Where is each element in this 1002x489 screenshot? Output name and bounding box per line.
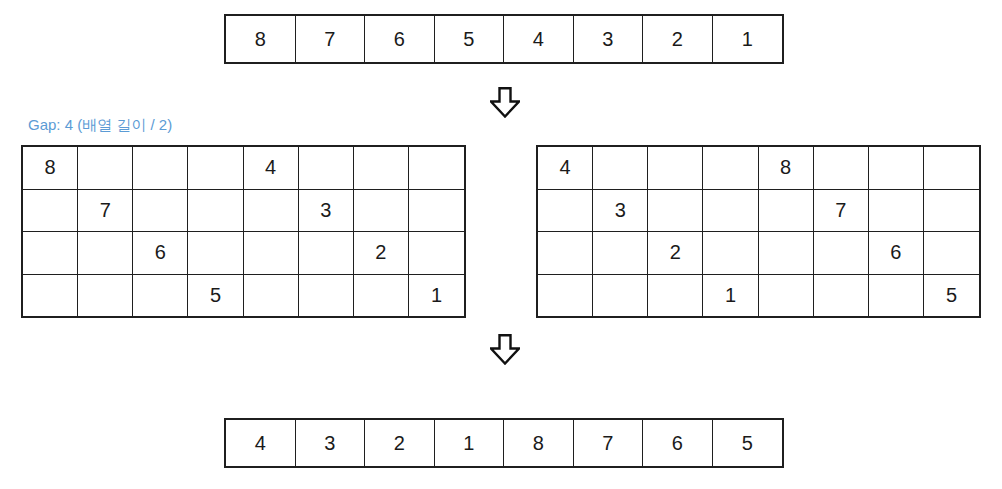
grid-cell	[354, 190, 409, 233]
grid-cell	[648, 190, 703, 233]
grid-cell: 7	[574, 420, 644, 466]
grid-cell	[78, 147, 133, 190]
grid-cell	[814, 147, 869, 190]
grid-cell	[869, 147, 924, 190]
gap-subsequence-grid-after: 48372615	[536, 145, 981, 318]
grid-cell	[23, 232, 78, 275]
gap-label: Gap: 4 (배열 길이 / 2)	[28, 116, 172, 134]
grid-cell	[188, 232, 243, 275]
grid-cell: 3	[296, 420, 366, 466]
grid-cell	[759, 190, 814, 233]
grid-cell: 1	[703, 275, 758, 317]
grid-cell	[23, 190, 78, 233]
grid-cell	[759, 275, 814, 317]
grid-cell: 7	[814, 190, 869, 233]
grid-cell	[648, 275, 703, 317]
grid-cell: 1	[435, 420, 505, 466]
grid-cell: 4	[226, 420, 296, 466]
grid-cell: 5	[435, 16, 505, 62]
grid-cell	[188, 190, 243, 233]
grid-cell	[188, 147, 243, 190]
grid-cell	[244, 275, 299, 317]
grid-cell: 6	[869, 232, 924, 275]
grid-cell	[538, 232, 593, 275]
grid-cell	[133, 275, 188, 317]
grid-cell: 8	[759, 147, 814, 190]
grid-cell: 5	[924, 275, 979, 317]
grid-cell	[538, 275, 593, 317]
grid-cell: 3	[593, 190, 648, 233]
grid-cell	[538, 190, 593, 233]
grid-cell	[354, 275, 409, 317]
grid-cell	[593, 275, 648, 317]
shell-sort-diagram: 87654321 Gap: 4 (배열 길이 / 2) 84736251 483…	[0, 0, 1002, 489]
grid-cell	[78, 275, 133, 317]
gap-subsequence-grid-before: 84736251	[21, 145, 466, 318]
initial-array-grid: 87654321	[224, 14, 784, 64]
grid-cell: 1	[409, 275, 464, 317]
grid-cell	[924, 190, 979, 233]
grid-cell	[593, 147, 648, 190]
grid-cell: 4	[504, 16, 574, 62]
grid-cell	[299, 275, 354, 317]
grid-cell	[244, 232, 299, 275]
grid-cell: 2	[643, 16, 713, 62]
grid-cell	[869, 190, 924, 233]
grid-cell: 7	[296, 16, 366, 62]
grid-cell: 6	[133, 232, 188, 275]
grid-cell	[759, 232, 814, 275]
grid-cell	[593, 232, 648, 275]
grid-cell	[703, 190, 758, 233]
grid-cell	[409, 232, 464, 275]
grid-cell: 3	[299, 190, 354, 233]
grid-cell: 3	[574, 16, 644, 62]
grid-cell	[299, 147, 354, 190]
grid-cell	[703, 232, 758, 275]
grid-cell	[869, 275, 924, 317]
grid-cell	[814, 232, 869, 275]
grid-cell	[648, 147, 703, 190]
grid-cell	[703, 147, 758, 190]
grid-cell: 4	[244, 147, 299, 190]
grid-cell: 2	[648, 232, 703, 275]
grid-cell	[299, 232, 354, 275]
result-array-grid: 43218765	[224, 418, 784, 468]
grid-cell: 5	[713, 420, 783, 466]
grid-cell: 6	[643, 420, 713, 466]
grid-cell: 1	[713, 16, 783, 62]
grid-cell	[409, 190, 464, 233]
grid-cell: 8	[226, 16, 296, 62]
grid-cell: 7	[78, 190, 133, 233]
down-arrow-icon	[490, 87, 520, 118]
grid-cell: 6	[365, 16, 435, 62]
grid-cell	[924, 147, 979, 190]
grid-cell: 2	[354, 232, 409, 275]
grid-cell: 5	[188, 275, 243, 317]
grid-cell	[354, 147, 409, 190]
grid-cell	[23, 275, 78, 317]
grid-cell: 2	[365, 420, 435, 466]
down-arrow-icon	[490, 334, 520, 365]
grid-cell	[133, 147, 188, 190]
grid-cell	[409, 147, 464, 190]
grid-cell	[814, 275, 869, 317]
grid-cell	[133, 190, 188, 233]
grid-cell	[244, 190, 299, 233]
grid-cell: 8	[504, 420, 574, 466]
grid-cell	[924, 232, 979, 275]
grid-cell	[78, 232, 133, 275]
grid-cell: 8	[23, 147, 78, 190]
grid-cell: 4	[538, 147, 593, 190]
